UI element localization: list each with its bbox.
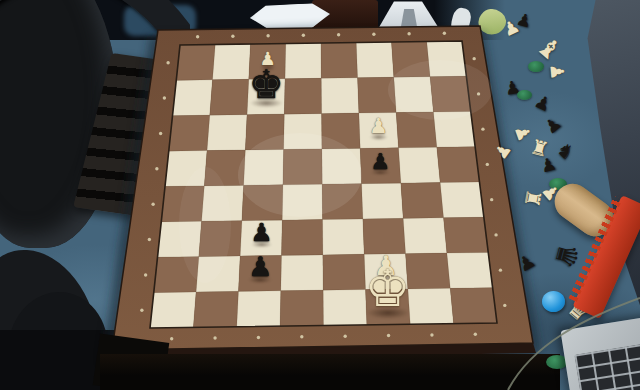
- coord-mark: [231, 35, 234, 38]
- board-square: [440, 182, 484, 218]
- board-square: [447, 253, 493, 289]
- coord-mark: [474, 333, 477, 336]
- board-square: [450, 288, 497, 324]
- coord-mark: [170, 337, 173, 340]
- board-square: [321, 78, 359, 114]
- coord-mark: [486, 163, 489, 166]
- board-square: [237, 291, 281, 327]
- webcam-chess-scene: ♝♟♟♟♟♟♟♟♜♟♞♟♜♟♛♟♟♛♟ ♟♚♟♟♟♟♟♚: [0, 0, 640, 390]
- board-square: [173, 80, 213, 116]
- board-square: [356, 42, 394, 78]
- coord-mark: [499, 268, 502, 271]
- board-square: [280, 290, 323, 326]
- coord-mark: [163, 96, 166, 99]
- coord-mark: [196, 35, 199, 38]
- coord-mark: [443, 32, 446, 35]
- glare: [238, 133, 362, 217]
- board-square: [323, 290, 367, 326]
- coord-mark: [343, 334, 346, 337]
- board-square: [362, 183, 404, 219]
- coord-mark: [490, 198, 493, 201]
- board-square: [240, 220, 282, 256]
- coord-mark: [407, 32, 410, 35]
- board-square: [437, 147, 480, 183]
- board-square: [359, 113, 399, 149]
- coord-mark: [266, 34, 269, 37]
- board-square: [247, 79, 285, 115]
- coord-mark: [155, 167, 158, 170]
- board-square: [282, 220, 323, 256]
- glare: [179, 167, 231, 283]
- glare: [388, 60, 492, 120]
- board-square: [323, 254, 366, 290]
- coord-mark: [372, 33, 375, 36]
- coord-mark: [148, 238, 151, 241]
- board-square: [150, 292, 196, 328]
- board-square: [193, 291, 238, 327]
- board-square: [360, 148, 401, 184]
- coord-mark: [337, 33, 340, 36]
- board-square: [285, 43, 321, 79]
- coord-mark: [481, 127, 484, 130]
- board-square: [406, 253, 451, 289]
- board-square: [366, 289, 411, 325]
- coord-mark: [494, 233, 497, 236]
- chessboard: [0, 0, 640, 390]
- board-square: [321, 43, 358, 79]
- board-square: [207, 115, 247, 151]
- coord-mark: [159, 132, 162, 135]
- coord-mark: [472, 57, 475, 60]
- board-square: [281, 255, 323, 291]
- laptop-keyboard: [574, 341, 640, 390]
- coord-mark: [213, 336, 216, 339]
- coord-mark: [300, 335, 303, 338]
- coord-mark: [144, 273, 147, 276]
- board-square: [284, 78, 321, 114]
- board-square: [399, 147, 441, 183]
- blue-ball: [542, 291, 565, 312]
- board-square: [403, 218, 447, 254]
- board-square: [363, 218, 406, 254]
- coord-mark: [387, 334, 390, 337]
- dark-table-edge: [100, 354, 560, 390]
- coord-mark: [166, 61, 169, 64]
- board-square: [176, 45, 215, 81]
- board-square: [210, 79, 249, 115]
- board-square: [249, 44, 286, 80]
- coord-mark: [430, 333, 433, 336]
- board-square: [213, 44, 251, 80]
- board-square: [401, 183, 444, 219]
- coord-mark: [302, 34, 305, 37]
- board-square: [364, 254, 408, 290]
- coord-mark: [503, 304, 506, 307]
- coord-mark: [151, 202, 154, 205]
- coord-mark: [140, 309, 143, 312]
- board-square: [238, 255, 281, 291]
- board-square: [408, 288, 454, 324]
- coord-mark: [257, 336, 260, 339]
- board-square: [323, 219, 365, 255]
- board-square: [444, 217, 489, 253]
- board-square: [169, 115, 210, 151]
